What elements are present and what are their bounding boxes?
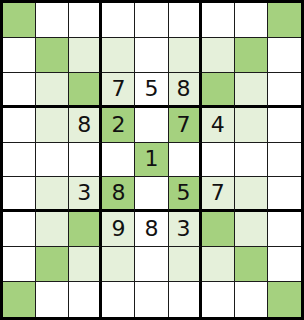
cell-r2c5[interactable] [135,38,168,73]
cell-r6c2[interactable] [36,177,69,212]
cell-r5c6[interactable] [169,143,202,178]
cell-r1c9[interactable] [268,3,301,38]
cell-r7c2[interactable] [36,212,69,247]
cell-r2c8[interactable] [235,38,268,73]
cell-r3c6-given[interactable]: 8 [169,73,202,108]
cell-r6c7-given[interactable]: 7 [202,177,235,212]
cell-r7c3[interactable] [69,212,102,247]
cell-r7c1[interactable] [3,212,36,247]
cell-r5c2[interactable] [36,143,69,178]
cell-r3c9[interactable] [268,73,301,108]
cell-r2c9[interactable] [268,38,301,73]
cell-r1c8[interactable] [235,3,268,38]
cell-r9c5[interactable] [135,282,168,317]
cell-r4c7-given[interactable]: 4 [202,108,235,143]
cell-r4c6-given[interactable]: 7 [169,108,202,143]
cell-r1c5[interactable] [135,3,168,38]
cell-r5c7[interactable] [202,143,235,178]
cell-r2c2[interactable] [36,38,69,73]
cell-r7c6-given[interactable]: 3 [169,212,202,247]
cell-r3c1[interactable] [3,73,36,108]
cell-r3c8[interactable] [235,73,268,108]
cell-r5c8[interactable] [235,143,268,178]
cell-r5c9[interactable] [268,143,301,178]
cell-r4c4-given[interactable]: 2 [102,108,135,143]
cell-r5c5-given[interactable]: 1 [135,143,168,178]
cell-r6c9[interactable] [268,177,301,212]
cell-r4c2[interactable] [36,108,69,143]
cell-r6c4-given[interactable]: 8 [102,177,135,212]
cell-r4c1[interactable] [3,108,36,143]
cell-r9c9[interactable] [268,282,301,317]
cell-r2c1[interactable] [3,38,36,73]
sudoku-board: 758827413857983 [0,0,304,320]
cell-r6c1[interactable] [3,177,36,212]
cell-r2c3[interactable] [69,38,102,73]
cell-r9c7[interactable] [202,282,235,317]
cell-r4c5[interactable] [135,108,168,143]
cell-r8c4[interactable] [102,247,135,282]
cell-r9c8[interactable] [235,282,268,317]
cell-r8c6[interactable] [169,247,202,282]
cell-r3c5-given[interactable]: 5 [135,73,168,108]
cell-r2c6[interactable] [169,38,202,73]
cell-r6c5[interactable] [135,177,168,212]
cell-r7c8[interactable] [235,212,268,247]
cell-r1c3[interactable] [69,3,102,38]
cell-r9c4[interactable] [102,282,135,317]
cell-r9c1[interactable] [3,282,36,317]
cell-r9c2[interactable] [36,282,69,317]
cell-r3c7[interactable] [202,73,235,108]
cell-r7c9[interactable] [268,212,301,247]
cell-r5c4[interactable] [102,143,135,178]
cell-r2c4[interactable] [102,38,135,73]
cell-r8c7[interactable] [202,247,235,282]
cell-r8c3[interactable] [69,247,102,282]
cell-r8c9[interactable] [268,247,301,282]
cell-r7c7[interactable] [202,212,235,247]
cell-r3c4-given[interactable]: 7 [102,73,135,108]
cell-r8c1[interactable] [3,247,36,282]
cell-r1c2[interactable] [36,3,69,38]
cell-r8c5[interactable] [135,247,168,282]
cell-r6c6-given[interactable]: 5 [169,177,202,212]
cell-r8c2[interactable] [36,247,69,282]
cell-r1c6[interactable] [169,3,202,38]
cell-r5c3[interactable] [69,143,102,178]
cell-r6c3-given[interactable]: 3 [69,177,102,212]
cell-r3c3[interactable] [69,73,102,108]
cell-r9c3[interactable] [69,282,102,317]
cell-r5c1[interactable] [3,143,36,178]
cell-r1c1[interactable] [3,3,36,38]
cell-r8c8[interactable] [235,247,268,282]
cell-r3c2[interactable] [36,73,69,108]
cell-r4c9[interactable] [268,108,301,143]
cell-r7c5-given[interactable]: 8 [135,212,168,247]
cell-r4c8[interactable] [235,108,268,143]
cell-r4c3-given[interactable]: 8 [69,108,102,143]
cell-r2c7[interactable] [202,38,235,73]
cell-r1c7[interactable] [202,3,235,38]
cell-r6c8[interactable] [235,177,268,212]
cell-r1c4[interactable] [102,3,135,38]
cell-r9c6[interactable] [169,282,202,317]
cell-r7c4-given[interactable]: 9 [102,212,135,247]
